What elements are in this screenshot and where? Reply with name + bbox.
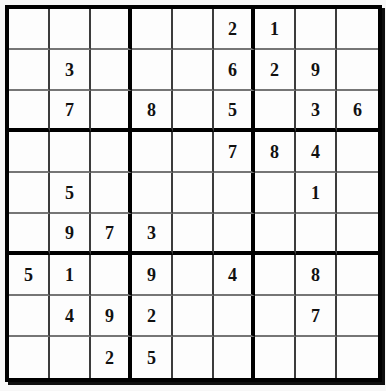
given-digit: 7 — [311, 307, 320, 325]
given-digit: 1 — [311, 184, 320, 202]
cell-r2c4[interactable] — [132, 50, 173, 91]
cell-r3c3[interactable] — [91, 91, 132, 132]
cell-r9c9[interactable] — [337, 337, 378, 378]
cell-r3c2: 7 — [50, 91, 91, 132]
given-digit: 3 — [147, 224, 156, 242]
cell-r6c2: 9 — [50, 214, 91, 255]
given-digit: 1 — [270, 20, 279, 38]
cell-r7c8: 8 — [296, 255, 337, 296]
cell-r4c8: 4 — [296, 132, 337, 173]
cell-r6c1[interactable] — [9, 214, 50, 255]
given-digit: 9 — [311, 61, 320, 79]
cell-r4c7: 8 — [255, 132, 296, 173]
cell-r8c9[interactable] — [337, 296, 378, 337]
sudoku-page: 213629785367845197351948492725 — [0, 0, 386, 391]
cell-r6c3: 7 — [91, 214, 132, 255]
cell-r5c7[interactable] — [255, 173, 296, 214]
cell-r8c6[interactable] — [214, 296, 255, 337]
cell-r2c5[interactable] — [173, 50, 214, 91]
cell-r3c1[interactable] — [9, 91, 50, 132]
cell-r9c3: 2 — [91, 337, 132, 378]
cell-r2c9[interactable] — [337, 50, 378, 91]
cell-r6c4: 3 — [132, 214, 173, 255]
cell-r9c2[interactable] — [50, 337, 91, 378]
given-digit: 9 — [65, 224, 74, 242]
cell-r2c2: 3 — [50, 50, 91, 91]
cell-r7c7[interactable] — [255, 255, 296, 296]
given-digit: 4 — [228, 266, 237, 284]
given-digit: 4 — [311, 143, 320, 161]
cell-r4c4[interactable] — [132, 132, 173, 173]
cell-r1c7: 1 — [255, 9, 296, 50]
cell-r2c8: 9 — [296, 50, 337, 91]
given-digit: 5 — [65, 184, 74, 202]
cell-r9c8[interactable] — [296, 337, 337, 378]
given-digit: 7 — [105, 224, 114, 242]
given-digit: 1 — [65, 266, 74, 284]
given-digit: 5 — [228, 101, 237, 119]
cell-r1c2[interactable] — [50, 9, 91, 50]
cell-r6c6[interactable] — [214, 214, 255, 255]
given-digit: 3 — [65, 61, 74, 79]
cell-r7c9[interactable] — [337, 255, 378, 296]
cell-r8c2: 4 — [50, 296, 91, 337]
cell-r5c4[interactable] — [132, 173, 173, 214]
cell-r3c8: 3 — [296, 91, 337, 132]
cell-r2c6: 6 — [214, 50, 255, 91]
cell-r5c9[interactable] — [337, 173, 378, 214]
cell-r4c6: 7 — [214, 132, 255, 173]
cell-r6c5[interactable] — [173, 214, 214, 255]
cell-r3c4: 8 — [132, 91, 173, 132]
cell-r4c9[interactable] — [337, 132, 378, 173]
cell-r7c1: 5 — [9, 255, 50, 296]
cell-r3c7[interactable] — [255, 91, 296, 132]
cell-r7c4: 9 — [132, 255, 173, 296]
given-digit: 5 — [147, 349, 156, 367]
cell-r8c8: 7 — [296, 296, 337, 337]
cell-r8c3: 9 — [91, 296, 132, 337]
cell-r7c3[interactable] — [91, 255, 132, 296]
given-digit: 2 — [105, 349, 114, 367]
given-digit: 8 — [147, 101, 156, 119]
sudoku-board: 213629785367845197351948492725 — [5, 5, 382, 382]
cell-r1c8[interactable] — [296, 9, 337, 50]
cell-r5c6[interactable] — [214, 173, 255, 214]
cell-r3c5[interactable] — [173, 91, 214, 132]
given-digit: 8 — [311, 266, 320, 284]
cell-r5c2: 5 — [50, 173, 91, 214]
cell-r4c5[interactable] — [173, 132, 214, 173]
cell-r7c2: 1 — [50, 255, 91, 296]
given-digit: 7 — [228, 143, 237, 161]
sudoku-grid: 213629785367845197351948492725 — [9, 9, 378, 378]
given-digit: 9 — [105, 307, 114, 325]
cell-r9c4: 5 — [132, 337, 173, 378]
cell-r6c7[interactable] — [255, 214, 296, 255]
cell-r8c7[interactable] — [255, 296, 296, 337]
cell-r8c1[interactable] — [9, 296, 50, 337]
cell-r4c1[interactable] — [9, 132, 50, 173]
given-digit: 6 — [353, 101, 362, 119]
cell-r1c6: 2 — [214, 9, 255, 50]
cell-r1c1[interactable] — [9, 9, 50, 50]
given-digit: 2 — [270, 61, 279, 79]
cell-r3c6: 5 — [214, 91, 255, 132]
cell-r8c4: 2 — [132, 296, 173, 337]
given-digit: 5 — [24, 266, 33, 284]
cell-r9c6[interactable] — [214, 337, 255, 378]
cell-r5c1[interactable] — [9, 173, 50, 214]
given-digit: 2 — [147, 307, 156, 325]
cell-r3c9: 6 — [337, 91, 378, 132]
cell-r5c3[interactable] — [91, 173, 132, 214]
cell-r6c9[interactable] — [337, 214, 378, 255]
cell-r9c5[interactable] — [173, 337, 214, 378]
cell-r4c2[interactable] — [50, 132, 91, 173]
given-digit: 9 — [147, 266, 156, 284]
cell-r1c4[interactable] — [132, 9, 173, 50]
cell-r5c5[interactable] — [173, 173, 214, 214]
given-digit: 8 — [270, 143, 279, 161]
cell-r6c8[interactable] — [296, 214, 337, 255]
cell-r2c3[interactable] — [91, 50, 132, 91]
cell-r7c5[interactable] — [173, 255, 214, 296]
cell-r5c8: 1 — [296, 173, 337, 214]
given-digit: 6 — [228, 61, 237, 79]
cell-r9c1[interactable] — [9, 337, 50, 378]
cell-r2c7: 2 — [255, 50, 296, 91]
cell-r9c7[interactable] — [255, 337, 296, 378]
cell-r8c5[interactable] — [173, 296, 214, 337]
given-digit: 7 — [65, 101, 74, 119]
cell-r1c3[interactable] — [91, 9, 132, 50]
cell-r2c1[interactable] — [9, 50, 50, 91]
given-digit: 3 — [311, 101, 320, 119]
cell-r1c5[interactable] — [173, 9, 214, 50]
given-digit: 4 — [65, 307, 74, 325]
given-digit: 2 — [228, 20, 237, 38]
cell-r1c9[interactable] — [337, 9, 378, 50]
cell-r4c3[interactable] — [91, 132, 132, 173]
cell-r7c6: 4 — [214, 255, 255, 296]
